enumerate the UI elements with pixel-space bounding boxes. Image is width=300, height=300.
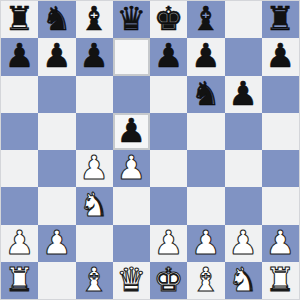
square-g5[interactable] xyxy=(225,113,262,150)
square-e8[interactable]: ♚ xyxy=(150,1,187,38)
square-a5[interactable] xyxy=(1,113,38,150)
piece-black-knight[interactable]: ♞ xyxy=(191,77,221,110)
square-g6[interactable]: ♟ xyxy=(225,76,262,113)
square-d5[interactable]: ♟ xyxy=(113,113,150,150)
square-g7[interactable] xyxy=(225,38,262,75)
square-e5[interactable] xyxy=(150,113,187,150)
square-h5[interactable] xyxy=(262,113,299,150)
piece-black-bishop[interactable]: ♝ xyxy=(79,2,109,35)
square-c6[interactable] xyxy=(76,76,113,113)
piece-white-rook[interactable]: ♜ xyxy=(266,263,296,296)
square-a3[interactable] xyxy=(1,187,38,224)
square-b4[interactable] xyxy=(38,150,75,187)
piece-white-queen[interactable]: ♛ xyxy=(117,263,147,296)
piece-black-king[interactable]: ♚ xyxy=(154,2,184,35)
square-a6[interactable] xyxy=(1,76,38,113)
piece-black-knight[interactable]: ♞ xyxy=(42,2,72,35)
square-c4[interactable]: ♟ xyxy=(76,150,113,187)
square-f4[interactable] xyxy=(187,150,224,187)
piece-black-pawn[interactable]: ♟ xyxy=(117,114,147,147)
square-b3[interactable] xyxy=(38,187,75,224)
square-d2[interactable] xyxy=(113,225,150,262)
piece-white-pawn[interactable]: ♟ xyxy=(228,226,258,259)
square-c8[interactable]: ♝ xyxy=(76,1,113,38)
square-a1[interactable]: ♜ xyxy=(1,262,38,299)
piece-black-pawn[interactable]: ♟ xyxy=(191,39,221,72)
square-g8[interactable] xyxy=(225,1,262,38)
square-a7[interactable]: ♟ xyxy=(1,38,38,75)
square-a8[interactable]: ♜ xyxy=(1,1,38,38)
square-h6[interactable] xyxy=(262,76,299,113)
square-f7[interactable]: ♟ xyxy=(187,38,224,75)
square-d7[interactable] xyxy=(113,38,150,75)
square-e4[interactable] xyxy=(150,150,187,187)
square-f1[interactable]: ♝ xyxy=(187,262,224,299)
square-f2[interactable]: ♟ xyxy=(187,225,224,262)
square-f8[interactable]: ♝ xyxy=(187,1,224,38)
piece-white-pawn[interactable]: ♟ xyxy=(42,226,72,259)
square-h2[interactable]: ♟ xyxy=(262,225,299,262)
piece-black-pawn[interactable]: ♟ xyxy=(154,39,184,72)
square-e6[interactable] xyxy=(150,76,187,113)
piece-black-pawn[interactable]: ♟ xyxy=(79,39,109,72)
piece-black-rook[interactable]: ♜ xyxy=(266,2,296,35)
piece-black-queen[interactable]: ♛ xyxy=(117,2,147,35)
piece-black-pawn[interactable]: ♟ xyxy=(266,39,296,72)
piece-white-bishop[interactable]: ♝ xyxy=(191,263,221,296)
square-b7[interactable]: ♟ xyxy=(38,38,75,75)
square-b5[interactable] xyxy=(38,113,75,150)
square-c2[interactable] xyxy=(76,225,113,262)
piece-white-pawn[interactable]: ♟ xyxy=(154,226,184,259)
square-d6[interactable] xyxy=(113,76,150,113)
piece-white-bishop[interactable]: ♝ xyxy=(79,263,109,296)
square-b6[interactable] xyxy=(38,76,75,113)
piece-white-pawn[interactable]: ♟ xyxy=(79,151,109,184)
square-e2[interactable]: ♟ xyxy=(150,225,187,262)
piece-white-pawn[interactable]: ♟ xyxy=(266,226,296,259)
piece-black-bishop[interactable]: ♝ xyxy=(191,2,221,35)
square-h4[interactable] xyxy=(262,150,299,187)
square-d1[interactable]: ♛ xyxy=(113,262,150,299)
square-h8[interactable]: ♜ xyxy=(262,1,299,38)
piece-white-knight[interactable]: ♞ xyxy=(228,263,258,296)
piece-white-knight[interactable]: ♞ xyxy=(79,188,109,221)
square-f6[interactable]: ♞ xyxy=(187,76,224,113)
piece-white-pawn[interactable]: ♟ xyxy=(5,226,35,259)
piece-white-pawn[interactable]: ♟ xyxy=(191,226,221,259)
square-h1[interactable]: ♜ xyxy=(262,262,299,299)
square-f5[interactable] xyxy=(187,113,224,150)
piece-black-pawn[interactable]: ♟ xyxy=(42,39,72,72)
square-g1[interactable]: ♞ xyxy=(225,262,262,299)
square-e3[interactable] xyxy=(150,187,187,224)
square-b8[interactable]: ♞ xyxy=(38,1,75,38)
piece-black-rook[interactable]: ♜ xyxy=(5,2,35,35)
square-c7[interactable]: ♟ xyxy=(76,38,113,75)
piece-black-pawn[interactable]: ♟ xyxy=(5,39,35,72)
square-c1[interactable]: ♝ xyxy=(76,262,113,299)
square-f3[interactable] xyxy=(187,187,224,224)
square-d8[interactable]: ♛ xyxy=(113,1,150,38)
chess-board: ♜♞♝♛♚♝♜♟♟♟♟♟♟♞♟♟♟♟♞♟♟♟♟♟♟♜♝♛♚♝♞♜ xyxy=(0,0,300,300)
square-c5[interactable] xyxy=(76,113,113,150)
square-d3[interactable] xyxy=(113,187,150,224)
square-d4[interactable]: ♟ xyxy=(113,150,150,187)
piece-white-pawn[interactable]: ♟ xyxy=(117,151,147,184)
square-e7[interactable]: ♟ xyxy=(150,38,187,75)
square-a4[interactable] xyxy=(1,150,38,187)
square-b2[interactable]: ♟ xyxy=(38,225,75,262)
square-h7[interactable]: ♟ xyxy=(262,38,299,75)
square-g2[interactable]: ♟ xyxy=(225,225,262,262)
square-c3[interactable]: ♞ xyxy=(76,187,113,224)
square-g4[interactable] xyxy=(225,150,262,187)
square-b1[interactable] xyxy=(38,262,75,299)
piece-white-rook[interactable]: ♜ xyxy=(5,263,35,296)
square-e1[interactable]: ♚ xyxy=(150,262,187,299)
piece-black-pawn[interactable]: ♟ xyxy=(228,77,258,110)
square-g3[interactable] xyxy=(225,187,262,224)
square-a2[interactable]: ♟ xyxy=(1,225,38,262)
piece-white-king[interactable]: ♚ xyxy=(154,263,184,296)
square-h3[interactable] xyxy=(262,187,299,224)
